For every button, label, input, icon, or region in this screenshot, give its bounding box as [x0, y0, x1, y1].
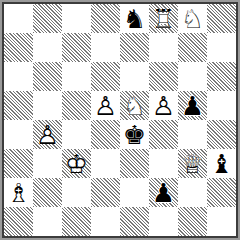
white-knight[interactable]: ♞♘	[120, 91, 149, 120]
piece-glyph: ♝	[207, 149, 236, 178]
square-e1[interactable]	[120, 207, 149, 236]
white-pawn[interactable]: ♟♙	[149, 91, 178, 120]
piece-glyph: ♖	[149, 4, 178, 33]
square-c7[interactable]	[62, 33, 91, 62]
white-bishop[interactable]: ♝♗	[4, 178, 33, 207]
square-b4[interactable]: ♟♙	[33, 120, 62, 149]
square-g3[interactable]: ♛♕	[178, 149, 207, 178]
square-f6[interactable]	[149, 62, 178, 91]
square-e5[interactable]: ♞♘	[120, 91, 149, 120]
square-h6[interactable]	[207, 62, 236, 91]
piece-glyph: ♟	[149, 178, 178, 207]
black-king[interactable]: ♚♚	[120, 120, 149, 149]
square-b6[interactable]	[33, 62, 62, 91]
square-c5[interactable]	[62, 91, 91, 120]
square-f1[interactable]	[149, 207, 178, 236]
black-bishop[interactable]: ♝♝	[207, 149, 236, 178]
square-d8[interactable]	[91, 4, 120, 33]
white-rook[interactable]: ♜♖	[149, 4, 178, 33]
white-pawn[interactable]: ♟♙	[33, 120, 62, 149]
square-a5[interactable]	[4, 91, 33, 120]
square-g6[interactable]	[178, 62, 207, 91]
piece-glyph: ♟	[178, 91, 207, 120]
square-d3[interactable]	[91, 149, 120, 178]
square-h7[interactable]	[207, 33, 236, 62]
square-h2[interactable]	[207, 178, 236, 207]
square-h5[interactable]	[207, 91, 236, 120]
piece-glyph: ♙	[91, 91, 120, 120]
piece-glyph: ♘	[120, 91, 149, 120]
piece-glyph: ♙	[149, 91, 178, 120]
square-g8[interactable]: ♞♘	[178, 4, 207, 33]
square-a2[interactable]: ♝♗	[4, 178, 33, 207]
square-c8[interactable]	[62, 4, 91, 33]
white-queen[interactable]: ♛♕	[178, 149, 207, 178]
square-e6[interactable]	[120, 62, 149, 91]
piece-glyph: ♘	[178, 4, 207, 33]
square-g1[interactable]	[178, 207, 207, 236]
square-g4[interactable]	[178, 120, 207, 149]
square-c6[interactable]	[62, 62, 91, 91]
square-d5[interactable]: ♟♙	[91, 91, 120, 120]
square-f3[interactable]	[149, 149, 178, 178]
square-f8[interactable]: ♜♖	[149, 4, 178, 33]
square-a4[interactable]	[4, 120, 33, 149]
piece-glyph: ♕	[178, 149, 207, 178]
square-b1[interactable]	[33, 207, 62, 236]
square-b2[interactable]	[33, 178, 62, 207]
square-b3[interactable]	[33, 149, 62, 178]
piece-glyph: ♞	[120, 4, 149, 33]
square-a3[interactable]	[4, 149, 33, 178]
black-pawn[interactable]: ♟♟	[149, 178, 178, 207]
square-a1[interactable]	[4, 207, 33, 236]
square-a6[interactable]	[4, 62, 33, 91]
square-b8[interactable]	[33, 4, 62, 33]
square-h3[interactable]: ♝♝	[207, 149, 236, 178]
board-frame: ♞♞♜♖♞♘♟♙♞♘♟♙♟♟♟♙♚♚♚♔♛♕♝♝♝♗♟♟	[0, 0, 240, 240]
square-b5[interactable]	[33, 91, 62, 120]
black-pawn[interactable]: ♟♟	[178, 91, 207, 120]
square-g7[interactable]	[178, 33, 207, 62]
white-pawn[interactable]: ♟♙	[91, 91, 120, 120]
black-knight[interactable]: ♞♞	[120, 4, 149, 33]
square-d7[interactable]	[91, 33, 120, 62]
square-f4[interactable]	[149, 120, 178, 149]
square-g5[interactable]: ♟♟	[178, 91, 207, 120]
square-e7[interactable]	[120, 33, 149, 62]
square-d2[interactable]	[91, 178, 120, 207]
square-b7[interactable]	[33, 33, 62, 62]
square-e3[interactable]	[120, 149, 149, 178]
square-e4[interactable]: ♚♚	[120, 120, 149, 149]
square-a8[interactable]	[4, 4, 33, 33]
square-a7[interactable]	[4, 33, 33, 62]
square-c4[interactable]	[62, 120, 91, 149]
piece-glyph: ♙	[33, 120, 62, 149]
square-d4[interactable]	[91, 120, 120, 149]
board-border: ♞♞♜♖♞♘♟♙♞♘♟♙♟♟♟♙♚♚♚♔♛♕♝♝♝♗♟♟	[2, 2, 238, 238]
square-g2[interactable]	[178, 178, 207, 207]
square-h1[interactable]	[207, 207, 236, 236]
piece-glyph: ♗	[4, 178, 33, 207]
square-d6[interactable]	[91, 62, 120, 91]
piece-glyph: ♔	[62, 149, 91, 178]
square-c2[interactable]	[62, 178, 91, 207]
square-e2[interactable]	[120, 178, 149, 207]
square-h8[interactable]	[207, 4, 236, 33]
white-king[interactable]: ♚♔	[62, 149, 91, 178]
square-e8[interactable]: ♞♞	[120, 4, 149, 33]
square-f7[interactable]	[149, 33, 178, 62]
square-f2[interactable]: ♟♟	[149, 178, 178, 207]
square-h4[interactable]	[207, 120, 236, 149]
white-knight[interactable]: ♞♘	[178, 4, 207, 33]
square-c1[interactable]	[62, 207, 91, 236]
chess-board: ♞♞♜♖♞♘♟♙♞♘♟♙♟♟♟♙♚♚♚♔♛♕♝♝♝♗♟♟	[4, 4, 236, 236]
square-d1[interactable]	[91, 207, 120, 236]
square-f5[interactable]: ♟♙	[149, 91, 178, 120]
piece-glyph: ♚	[120, 120, 149, 149]
square-c3[interactable]: ♚♔	[62, 149, 91, 178]
